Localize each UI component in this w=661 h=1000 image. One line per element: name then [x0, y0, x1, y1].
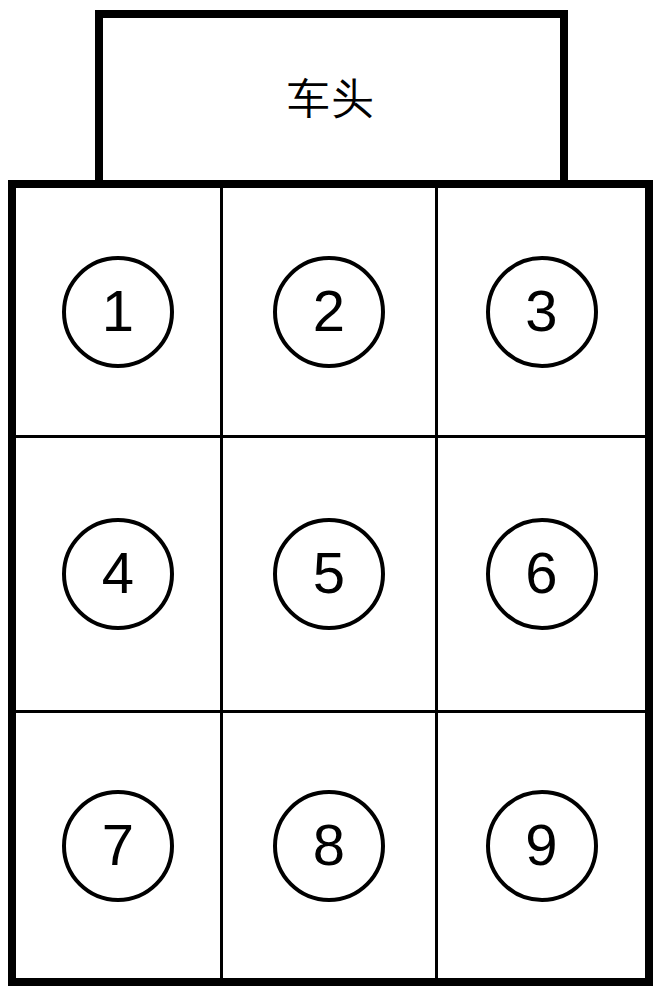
seat-cell-2: 2 [223, 188, 435, 435]
seat-number-8: 8 [313, 816, 345, 874]
vehicle-seat-diagram: 车头 1 2 3 4 5 [0, 0, 661, 1000]
seat-number-9: 9 [525, 816, 557, 874]
seat-circle-2: 2 [273, 256, 385, 368]
vehicle-head-label: 车头 [288, 78, 376, 120]
seat-cell-8: 8 [223, 713, 435, 978]
seat-grid: 1 2 3 4 5 6 [8, 180, 653, 986]
seat-cell-1: 1 [16, 188, 220, 435]
seat-circle-1: 1 [62, 256, 174, 368]
seat-cell-4: 4 [16, 438, 220, 710]
vehicle-head-box: 车头 [95, 10, 568, 188]
seat-circle-9: 9 [486, 790, 598, 902]
seat-circle-6: 6 [486, 518, 598, 630]
seat-number-7: 7 [102, 816, 134, 874]
seat-circle-8: 8 [273, 790, 385, 902]
seat-number-1: 1 [102, 282, 134, 340]
seat-number-5: 5 [313, 544, 345, 602]
seat-number-3: 3 [525, 282, 557, 340]
seat-cell-3: 3 [438, 188, 645, 435]
seat-number-4: 4 [102, 544, 134, 602]
seat-cell-7: 7 [16, 713, 220, 978]
seat-cell-5: 5 [223, 438, 435, 710]
seat-number-6: 6 [525, 544, 557, 602]
seat-circle-7: 7 [62, 790, 174, 902]
seat-circle-5: 5 [273, 518, 385, 630]
seat-circle-3: 3 [486, 256, 598, 368]
seat-cell-6: 6 [438, 438, 645, 710]
seat-number-2: 2 [313, 282, 345, 340]
seat-circle-4: 4 [62, 518, 174, 630]
seat-cell-9: 9 [438, 713, 645, 978]
